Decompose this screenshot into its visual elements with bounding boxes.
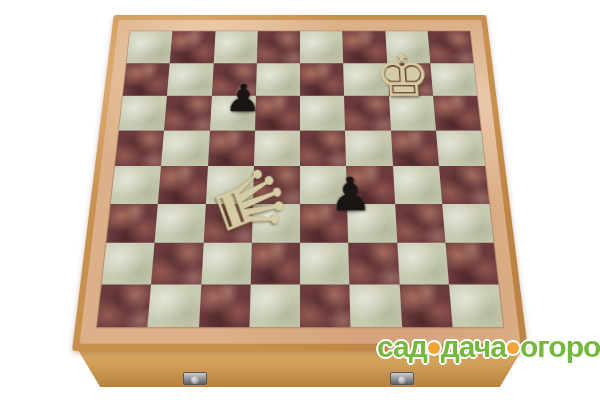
watermark-word-1: сад xyxy=(377,330,427,363)
metal-clasp-left xyxy=(183,372,207,385)
black-pawn-b: ♟ xyxy=(329,171,372,218)
chess-board: ♚♟♟♛ xyxy=(72,15,528,351)
white-king: ♚ xyxy=(373,48,433,106)
watermark-dot-icon xyxy=(507,342,519,354)
watermark-dot-icon xyxy=(428,342,440,354)
white-queen: ♛ xyxy=(196,153,303,257)
watermark-word-2: дача xyxy=(441,330,506,363)
metal-clasp-right xyxy=(390,372,414,385)
black-pawn-a: ♟ xyxy=(224,80,261,118)
pieces-layer: ♚♟♟♛ xyxy=(72,15,528,351)
site-watermark: саддачаогород xyxy=(377,330,600,364)
watermark-word-3: огород xyxy=(520,330,600,363)
